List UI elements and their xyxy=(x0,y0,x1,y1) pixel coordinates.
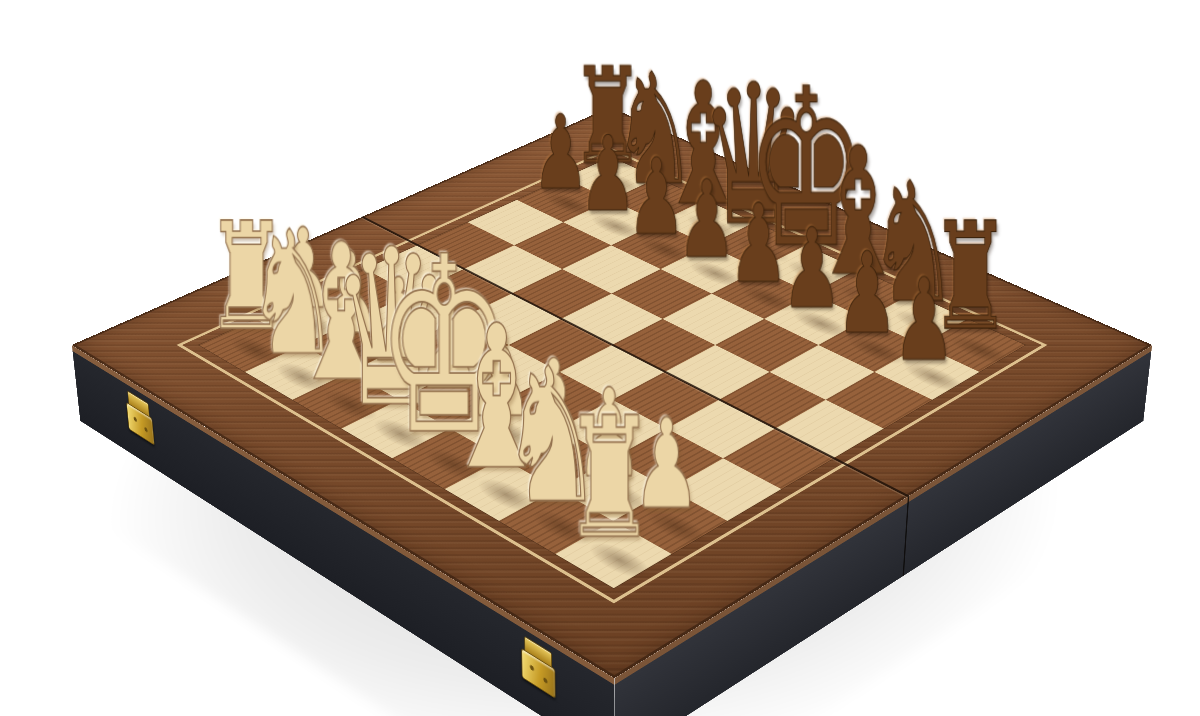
product-photo-stage: ♜♞♝♛♚♝♞♜♟♟♟♟♟♟♟♟♟♟♟♟♟♟♟♟♜♞♝♛♚♝♞♜ xyxy=(0,0,1200,716)
chess-board: ♜♞♝♛♚♝♞♜♟♟♟♟♟♟♟♟♟♟♟♟♟♟♟♟♜♞♝♛♚♝♞♜ xyxy=(72,107,1152,678)
fold-seam-side xyxy=(903,496,910,577)
brass-latch-front xyxy=(520,633,558,714)
perspective-scene: ♜♞♝♛♚♝♞♜♟♟♟♟♟♟♟♟♟♟♟♟♟♟♟♟♜♞♝♛♚♝♞♜ xyxy=(0,0,1200,716)
brass-latch-left xyxy=(124,389,158,460)
black-pawn-icon: ♟ xyxy=(860,268,986,373)
white-rook-icon: ♜ xyxy=(539,401,679,555)
